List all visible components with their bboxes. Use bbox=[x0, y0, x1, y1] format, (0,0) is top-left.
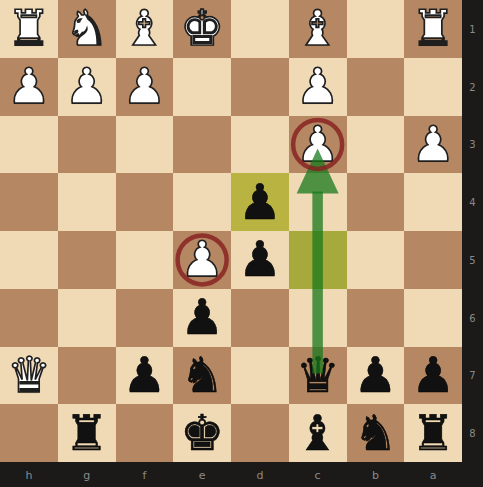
square-a1[interactable]: ♜ bbox=[404, 0, 462, 58]
square-e1[interactable]: ♚ bbox=[173, 0, 231, 58]
square-b6[interactable] bbox=[347, 289, 405, 347]
rank-label-7: 7 bbox=[462, 370, 483, 381]
square-e5[interactable]: ♟ bbox=[173, 231, 231, 289]
square-a5[interactable] bbox=[404, 231, 462, 289]
black-pawn-d5[interactable]: ♟ bbox=[231, 231, 289, 289]
square-g5[interactable] bbox=[58, 231, 116, 289]
black-queen-c7[interactable]: ♛ bbox=[289, 347, 347, 405]
white-queen-h7[interactable]: ♛ bbox=[0, 347, 58, 405]
square-b7[interactable]: ♟ bbox=[347, 347, 405, 405]
rank-label-1: 1 bbox=[462, 23, 483, 34]
file-coordinates: hgfedcba bbox=[0, 462, 483, 487]
square-b8[interactable]: ♞ bbox=[347, 404, 405, 462]
rank-label-3: 3 bbox=[462, 139, 483, 150]
square-h5[interactable] bbox=[0, 231, 58, 289]
square-g4[interactable] bbox=[58, 173, 116, 231]
black-pawn-e6[interactable]: ♟ bbox=[173, 289, 231, 347]
square-d5[interactable]: ♟ bbox=[231, 231, 289, 289]
square-h6[interactable] bbox=[0, 289, 58, 347]
white-pawn-e5[interactable]: ♟ bbox=[173, 231, 231, 289]
white-rook-h1[interactable]: ♜ bbox=[0, 0, 58, 58]
square-h3[interactable] bbox=[0, 116, 58, 174]
black-knight-b8[interactable]: ♞ bbox=[347, 404, 405, 462]
square-c4[interactable] bbox=[289, 173, 347, 231]
square-e8[interactable]: ♚ bbox=[173, 404, 231, 462]
white-pawn-f2[interactable]: ♟ bbox=[116, 58, 174, 116]
rank-label-6: 6 bbox=[462, 312, 483, 323]
white-rook-a1[interactable]: ♜ bbox=[404, 0, 462, 58]
square-b1[interactable] bbox=[347, 0, 405, 58]
square-d4[interactable]: ♟ bbox=[231, 173, 289, 231]
square-c5[interactable] bbox=[289, 231, 347, 289]
black-rook-g8[interactable]: ♜ bbox=[58, 404, 116, 462]
rank-label-8: 8 bbox=[462, 428, 483, 439]
file-label-e: e bbox=[199, 468, 206, 481]
square-a4[interactable] bbox=[404, 173, 462, 231]
square-b5[interactable] bbox=[347, 231, 405, 289]
square-f3[interactable] bbox=[116, 116, 174, 174]
white-knight-g1[interactable]: ♞ bbox=[58, 0, 116, 58]
square-g3[interactable] bbox=[58, 116, 116, 174]
square-e3[interactable] bbox=[173, 116, 231, 174]
chess-board: ♜♞♝♚♝♜♟♟♟♟♟♟♟♟♟♟♛♟♞♛♟♟♜♚♝♞♜ bbox=[0, 0, 462, 462]
square-b4[interactable] bbox=[347, 173, 405, 231]
square-c3[interactable]: ♟ bbox=[289, 116, 347, 174]
square-g1[interactable]: ♞ bbox=[58, 0, 116, 58]
white-bishop-f1[interactable]: ♝ bbox=[116, 0, 174, 58]
square-d7[interactable] bbox=[231, 347, 289, 405]
black-pawn-f7[interactable]: ♟ bbox=[116, 347, 174, 405]
file-label-g: g bbox=[83, 468, 90, 481]
file-label-b: b bbox=[372, 468, 379, 481]
square-a8[interactable]: ♜ bbox=[404, 404, 462, 462]
square-e2[interactable] bbox=[173, 58, 231, 116]
white-king-e1[interactable]: ♚ bbox=[173, 0, 231, 58]
white-pawn-g2[interactable]: ♟ bbox=[58, 58, 116, 116]
black-rook-a8[interactable]: ♜ bbox=[404, 404, 462, 462]
square-f2[interactable]: ♟ bbox=[116, 58, 174, 116]
square-a3[interactable]: ♟ bbox=[404, 116, 462, 174]
square-a7[interactable]: ♟ bbox=[404, 347, 462, 405]
square-a2[interactable] bbox=[404, 58, 462, 116]
square-a6[interactable] bbox=[404, 289, 462, 347]
square-f4[interactable] bbox=[116, 173, 174, 231]
square-f1[interactable]: ♝ bbox=[116, 0, 174, 58]
square-b3[interactable] bbox=[347, 116, 405, 174]
square-e6[interactable]: ♟ bbox=[173, 289, 231, 347]
square-d8[interactable] bbox=[231, 404, 289, 462]
square-g6[interactable] bbox=[58, 289, 116, 347]
file-label-a: a bbox=[430, 468, 437, 481]
square-d2[interactable] bbox=[231, 58, 289, 116]
square-h8[interactable] bbox=[0, 404, 58, 462]
square-c8[interactable]: ♝ bbox=[289, 404, 347, 462]
square-c2[interactable]: ♟ bbox=[289, 58, 347, 116]
square-d1[interactable] bbox=[231, 0, 289, 58]
rank-coordinates: 12345678 bbox=[462, 0, 483, 462]
black-king-e8[interactable]: ♚ bbox=[173, 404, 231, 462]
file-label-h: h bbox=[25, 468, 32, 481]
square-c1[interactable]: ♝ bbox=[289, 0, 347, 58]
file-label-f: f bbox=[142, 468, 146, 481]
square-h7[interactable]: ♛ bbox=[0, 347, 58, 405]
square-f6[interactable] bbox=[116, 289, 174, 347]
black-pawn-a7[interactable]: ♟ bbox=[404, 347, 462, 405]
rank-label-4: 4 bbox=[462, 197, 483, 208]
square-b2[interactable] bbox=[347, 58, 405, 116]
square-g2[interactable]: ♟ bbox=[58, 58, 116, 116]
square-g8[interactable]: ♜ bbox=[58, 404, 116, 462]
white-pawn-h2[interactable]: ♟ bbox=[0, 58, 58, 116]
black-pawn-b7[interactable]: ♟ bbox=[347, 347, 405, 405]
square-d3[interactable] bbox=[231, 116, 289, 174]
rank-label-2: 2 bbox=[462, 81, 483, 92]
square-h2[interactable]: ♟ bbox=[0, 58, 58, 116]
square-f5[interactable] bbox=[116, 231, 174, 289]
white-pawn-a3[interactable]: ♟ bbox=[404, 116, 462, 174]
rank-label-5: 5 bbox=[462, 254, 483, 265]
square-f8[interactable] bbox=[116, 404, 174, 462]
square-c6[interactable] bbox=[289, 289, 347, 347]
white-pawn-c2[interactable]: ♟ bbox=[289, 58, 347, 116]
square-c7[interactable]: ♛ bbox=[289, 347, 347, 405]
square-h1[interactable]: ♜ bbox=[0, 0, 58, 58]
black-pawn-d4[interactable]: ♟ bbox=[231, 173, 289, 231]
square-d6[interactable] bbox=[231, 289, 289, 347]
square-e4[interactable] bbox=[173, 173, 231, 231]
black-bishop-c8[interactable]: ♝ bbox=[289, 404, 347, 462]
file-label-c: c bbox=[315, 468, 321, 481]
black-knight-e7[interactable]: ♞ bbox=[173, 347, 231, 405]
square-f7[interactable]: ♟ bbox=[116, 347, 174, 405]
chess-board-app: ♜♞♝♚♝♜♟♟♟♟♟♟♟♟♟♟♛♟♞♛♟♟♜♚♝♞♜ 12345678 hgf… bbox=[0, 0, 483, 487]
white-bishop-c1[interactable]: ♝ bbox=[289, 0, 347, 58]
file-label-d: d bbox=[256, 468, 263, 481]
square-e7[interactable]: ♞ bbox=[173, 347, 231, 405]
square-g7[interactable] bbox=[58, 347, 116, 405]
square-h4[interactable] bbox=[0, 173, 58, 231]
white-pawn-c3[interactable]: ♟ bbox=[289, 116, 347, 174]
